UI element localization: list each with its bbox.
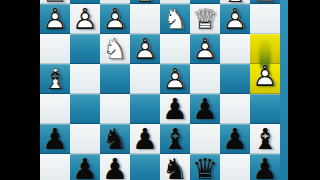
square-d3[interactable] [160, 34, 190, 64]
square-e6[interactable]: ♟ [130, 124, 160, 154]
white-knight-d2[interactable]: ♞♘ [160, 4, 190, 34]
square-e2[interactable] [130, 4, 160, 34]
square-a2[interactable] [250, 4, 280, 34]
white-queen-c2[interactable]: ♛♕ [190, 4, 220, 34]
black-pawn-g7[interactable]: ♟ [70, 154, 100, 180]
white-pawn-c3[interactable]: ♟♙ [190, 34, 220, 64]
square-a3[interactable] [250, 34, 280, 64]
square-g5[interactable] [70, 94, 100, 124]
black-pawn-e6[interactable]: ♟ [130, 124, 160, 154]
square-d6[interactable]: ♝ [160, 124, 190, 154]
white-pawn-h2[interactable]: ♟♙ [40, 4, 70, 34]
square-h4[interactable]: ♝♗ [40, 64, 70, 94]
square-e5[interactable] [130, 94, 160, 124]
chess-board: ♜♖♚♔♝♗♜♖♟♙♟♙♟♙♞♘♛♕♟♙♞♘♟♙♟♙♝♗♟♙♟♙♟♟♟♞♟♝♟♝… [40, 0, 280, 180]
black-pawn-a7[interactable]: ♟ [250, 154, 280, 180]
white-rook-a1[interactable]: ♜♖ [250, 0, 280, 7]
square-a6[interactable]: ♝ [250, 124, 280, 154]
square-b2[interactable]: ♟♙ [220, 4, 250, 34]
square-f3[interactable]: ♞♘ [100, 34, 130, 64]
square-a7[interactable]: ♟ [250, 154, 280, 180]
white-pawn-b2[interactable]: ♟♙ [220, 4, 250, 34]
square-f7[interactable]: ♟ [100, 154, 130, 180]
white-bishop-h4[interactable]: ♝♗ [40, 64, 70, 94]
square-e3[interactable]: ♟♙ [130, 34, 160, 64]
square-h5[interactable] [40, 94, 70, 124]
letterbox-left [0, 0, 40, 180]
white-pawn-e3[interactable]: ♟♙ [130, 34, 160, 64]
square-d7[interactable]: ♞ [160, 154, 190, 180]
square-f2[interactable]: ♟♙ [100, 4, 130, 34]
square-h6[interactable]: ♟ [40, 124, 70, 154]
black-pawn-c5[interactable]: ♟ [190, 94, 220, 124]
square-g3[interactable] [70, 34, 100, 64]
white-pawn-d4[interactable]: ♟♙ [160, 64, 190, 94]
video-frame: ♜♖♚♔♝♗♜♖♟♙♟♙♟♙♞♘♛♕♟♙♞♘♟♙♟♙♝♗♟♙♟♙♟♟♟♞♟♝♟♝… [0, 0, 320, 180]
square-h2[interactable]: ♟♙ [40, 4, 70, 34]
black-knight-f6[interactable]: ♞ [100, 124, 130, 154]
square-c7[interactable]: ♛ [190, 154, 220, 180]
white-pawn-f2[interactable]: ♟♙ [100, 4, 130, 34]
square-e7[interactable] [130, 154, 160, 180]
square-f5[interactable] [100, 94, 130, 124]
square-d5[interactable]: ♟ [160, 94, 190, 124]
square-b7[interactable] [220, 154, 250, 180]
square-b4[interactable] [220, 64, 250, 94]
square-h3[interactable] [40, 34, 70, 64]
square-h7[interactable] [40, 154, 70, 180]
square-c5[interactable]: ♟ [190, 94, 220, 124]
square-c3[interactable]: ♟♙ [190, 34, 220, 64]
square-g7[interactable]: ♟ [70, 154, 100, 180]
square-a1[interactable]: ♜♖ [250, 0, 280, 4]
square-d4[interactable]: ♟♙ [160, 64, 190, 94]
board-edge-strip [280, 0, 288, 180]
black-queen-c7[interactable]: ♛ [190, 154, 220, 180]
square-a5[interactable] [250, 94, 280, 124]
square-c2[interactable]: ♛♕ [190, 4, 220, 34]
black-pawn-d5[interactable]: ♟ [160, 94, 190, 124]
square-g6[interactable] [70, 124, 100, 154]
square-c4[interactable] [190, 64, 220, 94]
white-knight-f3[interactable]: ♞♘ [100, 34, 130, 64]
black-pawn-b6[interactable]: ♟ [220, 124, 250, 154]
black-pawn-h6[interactable]: ♟ [40, 124, 70, 154]
square-b5[interactable] [220, 94, 250, 124]
square-f6[interactable]: ♞ [100, 124, 130, 154]
black-bishop-d6[interactable]: ♝ [160, 124, 190, 154]
square-e4[interactable] [130, 64, 160, 94]
square-b3[interactable] [220, 34, 250, 64]
square-e1[interactable]: ♚♔ [130, 0, 160, 4]
square-b6[interactable]: ♟ [220, 124, 250, 154]
white-pawn-a4[interactable]: ♟♙ [250, 61, 280, 91]
square-c6[interactable] [190, 124, 220, 154]
square-g4[interactable] [70, 64, 100, 94]
board-viewport: ♜♖♚♔♝♗♜♖♟♙♟♙♟♙♞♘♛♕♟♙♞♘♟♙♟♙♝♗♟♙♟♙♟♟♟♞♟♝♟♝… [40, 0, 280, 180]
white-pawn-g2[interactable]: ♟♙ [70, 4, 100, 34]
square-f4[interactable] [100, 64, 130, 94]
square-d2[interactable]: ♞♘ [160, 4, 190, 34]
black-bishop-a6[interactable]: ♝ [250, 124, 280, 154]
black-knight-d7[interactable]: ♞ [160, 154, 190, 180]
letterbox-right [288, 0, 320, 180]
square-g2[interactable]: ♟♙ [70, 4, 100, 34]
white-king-e1[interactable]: ♚♔ [130, 0, 160, 7]
black-pawn-f7[interactable]: ♟ [100, 154, 130, 180]
square-a4[interactable]: ♟♙ [250, 64, 280, 94]
